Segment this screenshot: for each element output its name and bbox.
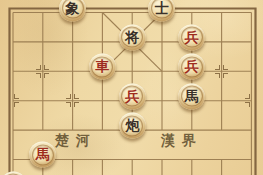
point-marker [36,64,50,78]
point-marker [215,64,229,78]
point-marker-arm [245,102,250,107]
piece-glyph: 将 [125,30,139,44]
point-marker [244,94,258,108]
piece-glyph: 馬 [185,89,199,103]
point-marker [66,94,80,108]
point-marker-arm [14,94,19,99]
piece-glyph: 兵 [185,59,199,73]
point-marker [6,94,20,108]
point-marker-arm [215,73,220,78]
piece-glyph: 象 [66,1,80,15]
point-marker-arm [36,73,41,78]
piece-glyph: 兵 [125,89,139,103]
point-marker-arm [44,65,49,70]
point-marker-arm [223,65,228,70]
piece-glyph: 馬 [36,147,50,161]
piece-glyph: 兵 [185,30,199,44]
point-marker-arm [66,102,71,107]
red-horse-piece[interactable]: 馬 [29,142,56,168]
point-marker-arm [245,94,250,99]
piece-glyph: 車 [95,59,109,73]
partial-piece[interactable] [0,171,27,175]
point-marker-arm [74,102,79,107]
black-elephant-piece[interactable]: 象 [59,0,86,21]
piece-glyph: 炮 [125,118,139,132]
point-marker-arm [66,94,71,99]
point-marker-arm [223,73,228,78]
black-cannon-piece[interactable]: 炮 [119,113,146,139]
black-horse-piece[interactable]: 馬 [178,83,205,109]
red-chariot-piece[interactable]: 車 [89,54,116,80]
piece-glyph: 士 [155,1,169,15]
xiangqi-board: 楚河 漢界 象士将兵車兵兵馬炮馬 [0,0,263,175]
point-marker-arm [44,73,49,78]
red-soldier-piece[interactable]: 兵 [178,24,205,50]
red-soldier-piece[interactable]: 兵 [119,83,146,109]
black-general-piece[interactable]: 将 [119,24,146,50]
board-grid: 象士将兵車兵兵馬炮馬 [0,0,263,175]
red-soldier-piece[interactable]: 兵 [178,54,205,80]
point-marker-arm [36,65,41,70]
black-advisor-piece[interactable]: 士 [148,0,175,21]
point-marker-arm [215,65,220,70]
point-marker-arm [14,102,19,107]
point-marker-arm [74,94,79,99]
